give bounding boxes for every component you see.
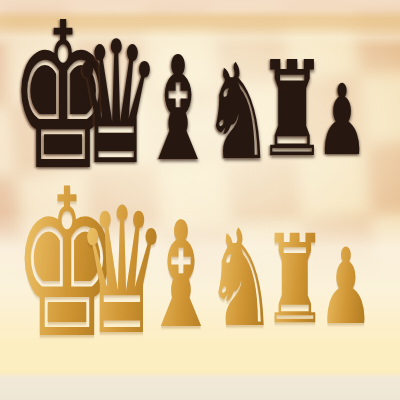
chess-set-photo: ♚ ♛ ♝ ♞ ♜ ♟ ♚ ♛ ♝ ♞ ♜ ♟ <box>0 0 400 400</box>
black-pawn-piece: ♟ <box>316 82 368 160</box>
white-pawn-piece: ♟ <box>318 245 374 329</box>
